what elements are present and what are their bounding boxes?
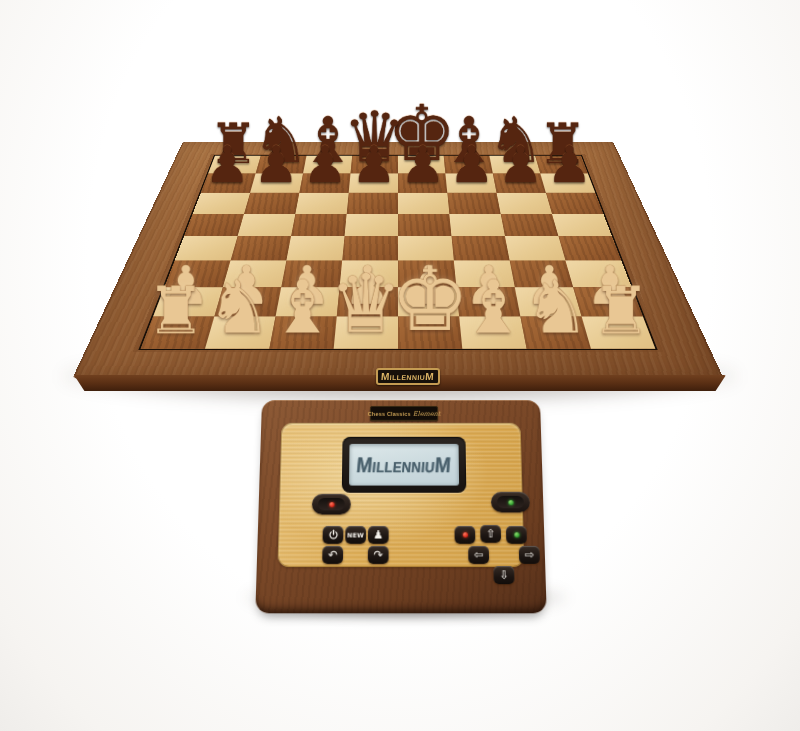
piece-black-pawn[interactable]: ♟ (204, 140, 249, 190)
square-d1[interactable]: ♛ (334, 317, 398, 349)
square-a7[interactable]: ♟ (201, 174, 256, 193)
square-a1[interactable]: ♜ (141, 317, 215, 349)
square-d5[interactable] (345, 214, 398, 236)
green-rocker-button[interactable] (491, 492, 530, 513)
square-d7[interactable]: ♟ (349, 174, 398, 193)
right-arrow-icon: ⇨ (524, 549, 534, 561)
square-b1[interactable]: ♞ (205, 317, 276, 349)
pawn-button[interactable]: ♟ (368, 526, 389, 544)
piece-white-bishop[interactable]: ♝ (461, 271, 527, 344)
red-confirm-button[interactable] (454, 526, 475, 544)
model-name-script: Element (413, 409, 441, 417)
millennium-logo: MILLENNIUM (381, 371, 435, 382)
control-console: Chess Classics Element MILLENNIUM (255, 400, 546, 613)
rocker-inner (318, 498, 345, 510)
square-a6[interactable] (193, 193, 250, 214)
chess-playfield: ♜♞♝♛♚♝♞♜♟♟♟♟♟♟♟♟♟♟♟♟♟♟♟♟♜♞♝♛♚♝♞♜ (138, 155, 657, 350)
piece-white-queen[interactable]: ♛ (330, 263, 403, 344)
piece-black-pawn[interactable]: ♟ (351, 140, 396, 190)
piece-black-pawn[interactable]: ♟ (498, 140, 543, 190)
redo-button[interactable]: ↷ (368, 546, 389, 564)
square-h6[interactable] (546, 193, 603, 214)
millennium-logo-lcd: MILLENNIUM (355, 452, 452, 477)
square-f7[interactable]: ♟ (445, 174, 496, 193)
new-label: NEW (347, 531, 364, 538)
red-dot-icon (329, 502, 334, 507)
piece-black-pawn[interactable]: ♟ (400, 140, 445, 190)
down-arrow-icon: ⇩ (499, 569, 509, 581)
square-g1[interactable]: ♞ (520, 317, 591, 349)
green-confirm-button[interactable] (506, 526, 527, 544)
up-button[interactable]: ⇧ (480, 525, 501, 543)
right-button[interactable]: ⇨ (519, 546, 540, 564)
piece-white-bishop[interactable]: ♝ (270, 271, 336, 344)
piece-white-knight[interactable]: ♞ (524, 271, 590, 344)
green-dot-icon (514, 532, 519, 537)
gold-control-panel: MILLENNIUM NEW (278, 423, 525, 567)
pawn-icon: ♟ (373, 529, 383, 541)
square-b7[interactable]: ♟ (250, 174, 303, 193)
undo-button[interactable]: ↶ (322, 546, 343, 564)
piece-black-pawn[interactable]: ♟ (253, 140, 298, 190)
square-d6[interactable] (347, 193, 398, 214)
square-e1[interactable]: ♚ (398, 317, 462, 349)
model-name: Chess Classics (368, 410, 411, 416)
chess-board-frame: ♜♞♝♛♚♝♞♜♟♟♟♟♟♟♟♟♟♟♟♟♟♟♟♟♜♞♝♛♚♝♞♜ (72, 142, 724, 379)
square-e6[interactable] (398, 193, 449, 214)
board-brand-plaque: MILLENNIUM (376, 368, 440, 385)
piece-black-pawn[interactable]: ♟ (449, 140, 494, 190)
square-b6[interactable] (244, 193, 299, 214)
red-rocker-button[interactable] (312, 494, 351, 515)
square-f6[interactable] (447, 193, 500, 214)
square-g5[interactable] (501, 214, 559, 236)
square-e5[interactable] (398, 214, 451, 236)
red-dot-icon (462, 532, 467, 537)
square-c7[interactable]: ♟ (299, 174, 350, 193)
square-c6[interactable] (295, 193, 348, 214)
square-c1[interactable]: ♝ (269, 317, 336, 349)
square-h5[interactable] (552, 214, 612, 236)
new-game-button[interactable]: NEW (345, 526, 366, 544)
square-h1[interactable]: ♜ (582, 317, 656, 349)
undo-arrow-icon: ↶ (328, 549, 338, 561)
piece-white-rook[interactable]: ♜ (146, 278, 205, 344)
square-g7[interactable]: ♟ (493, 174, 546, 193)
piece-white-knight[interactable]: ♞ (206, 271, 272, 344)
piece-white-rook[interactable]: ♜ (591, 278, 650, 344)
square-f1[interactable]: ♝ (459, 317, 526, 349)
down-button[interactable]: ⇩ (493, 566, 514, 584)
left-button[interactable]: ⇦ (468, 546, 489, 564)
square-a5[interactable] (184, 214, 244, 236)
square-b5[interactable] (238, 214, 296, 236)
square-c5[interactable] (291, 214, 347, 236)
chess-computer-product-photo: ♜♞♝♛♚♝♞♜♟♟♟♟♟♟♟♟♟♟♟♟♟♟♟♟♜♞♝♛♚♝♞♜ MILLENN… (0, 0, 800, 731)
lcd-screen: MILLENNIUM (349, 444, 459, 486)
up-arrow-icon: ⇧ (486, 528, 496, 540)
redo-arrow-icon: ↷ (373, 549, 383, 561)
square-f5[interactable] (449, 214, 505, 236)
green-dot-icon (508, 499, 513, 504)
power-button[interactable] (323, 526, 344, 544)
console-model-plaque: Chess Classics Element (370, 406, 438, 421)
piece-black-pawn[interactable]: ♟ (302, 140, 347, 190)
rocker-inner (497, 496, 524, 508)
power-icon (327, 529, 339, 541)
square-e7[interactable]: ♟ (398, 174, 447, 193)
piece-black-pawn[interactable]: ♟ (546, 140, 591, 190)
lcd-display: MILLENNIUM (342, 437, 467, 493)
square-h7[interactable]: ♟ (540, 174, 595, 193)
square-g6[interactable] (497, 193, 552, 214)
left-arrow-icon: ⇦ (474, 549, 484, 561)
chess-board-grid: ♜♞♝♛♚♝♞♜♟♟♟♟♟♟♟♟♟♟♟♟♟♟♟♟♜♞♝♛♚♝♞♜ (141, 156, 656, 349)
